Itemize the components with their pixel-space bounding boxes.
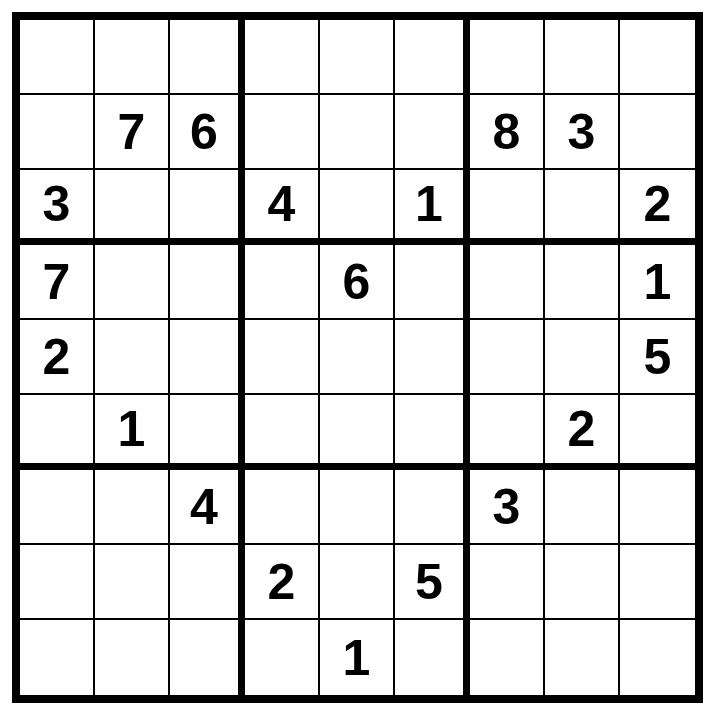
cell-r7c5[interactable] [320,470,395,545]
cell-r8c3[interactable] [170,545,245,620]
cell-r4c6[interactable] [395,245,470,320]
cell-r8c2[interactable] [95,545,170,620]
cell-r9c1[interactable] [20,620,95,695]
cell-r9c4[interactable] [245,620,320,695]
cell-r1c1[interactable] [20,20,95,95]
cell-r2c6[interactable] [395,95,470,170]
cell-r6c3[interactable] [170,395,245,470]
cell-r2c3[interactable]: 6 [170,95,245,170]
cell-r5c9[interactable]: 5 [620,320,695,395]
cell-r3c4[interactable]: 4 [245,170,320,245]
cell-r3c1[interactable]: 3 [20,170,95,245]
cell-r5c6[interactable] [395,320,470,395]
cell-r7c9[interactable] [620,470,695,545]
cell-r1c7[interactable] [470,20,545,95]
cell-r6c4[interactable] [245,395,320,470]
cell-r3c9[interactable]: 2 [620,170,695,245]
cell-r4c9[interactable]: 1 [620,245,695,320]
cell-r6c9[interactable] [620,395,695,470]
cell-r9c9[interactable] [620,620,695,695]
cell-r4c1[interactable]: 7 [20,245,95,320]
cell-r9c2[interactable] [95,620,170,695]
cell-r3c5[interactable] [320,170,395,245]
cell-r3c3[interactable] [170,170,245,245]
cell-r9c5[interactable]: 1 [320,620,395,695]
cell-r8c4[interactable]: 2 [245,545,320,620]
cell-r7c7[interactable]: 3 [470,470,545,545]
cell-r5c1[interactable]: 2 [20,320,95,395]
cell-r8c1[interactable] [20,545,95,620]
cell-r6c7[interactable] [470,395,545,470]
cell-r5c7[interactable] [470,320,545,395]
cell-r3c6[interactable]: 1 [395,170,470,245]
cell-r4c4[interactable] [245,245,320,320]
cell-r8c9[interactable] [620,545,695,620]
cell-r2c7[interactable]: 8 [470,95,545,170]
cell-r3c8[interactable] [545,170,620,245]
cell-r1c9[interactable] [620,20,695,95]
cell-r6c5[interactable] [320,395,395,470]
cell-r2c5[interactable] [320,95,395,170]
cell-r1c2[interactable] [95,20,170,95]
cell-r6c2[interactable]: 1 [95,395,170,470]
cell-r2c8[interactable]: 3 [545,95,620,170]
cell-r4c2[interactable] [95,245,170,320]
sudoku-page: 76833412761251243251 [0,0,713,713]
cell-r2c9[interactable] [620,95,695,170]
cell-r7c4[interactable] [245,470,320,545]
cell-r4c7[interactable] [470,245,545,320]
cell-r7c1[interactable] [20,470,95,545]
cell-r9c8[interactable] [545,620,620,695]
cell-r2c4[interactable] [245,95,320,170]
cell-r8c8[interactable] [545,545,620,620]
cell-r9c7[interactable] [470,620,545,695]
cell-r4c5[interactable]: 6 [320,245,395,320]
cell-r1c5[interactable] [320,20,395,95]
cell-r4c8[interactable] [545,245,620,320]
cell-r5c5[interactable] [320,320,395,395]
cell-r6c8[interactable]: 2 [545,395,620,470]
cell-r1c8[interactable] [545,20,620,95]
cell-r9c6[interactable] [395,620,470,695]
cell-r1c4[interactable] [245,20,320,95]
cell-r1c6[interactable] [395,20,470,95]
cell-r1c3[interactable] [170,20,245,95]
cell-r3c2[interactable] [95,170,170,245]
cell-r7c6[interactable] [395,470,470,545]
cell-r8c5[interactable] [320,545,395,620]
cell-r2c2[interactable]: 7 [95,95,170,170]
cell-r5c3[interactable] [170,320,245,395]
cell-r2c1[interactable] [20,95,95,170]
cell-r5c2[interactable] [95,320,170,395]
cell-r6c1[interactable] [20,395,95,470]
cell-r8c7[interactable] [470,545,545,620]
cell-r4c3[interactable] [170,245,245,320]
cell-r6c6[interactable] [395,395,470,470]
cell-r5c4[interactable] [245,320,320,395]
cell-r7c8[interactable] [545,470,620,545]
cell-r5c8[interactable] [545,320,620,395]
cell-r7c2[interactable] [95,470,170,545]
sudoku-board: 76833412761251243251 [12,12,703,703]
cell-r9c3[interactable] [170,620,245,695]
cell-r3c7[interactable] [470,170,545,245]
cell-r7c3[interactable]: 4 [170,470,245,545]
cell-r8c6[interactable]: 5 [395,545,470,620]
